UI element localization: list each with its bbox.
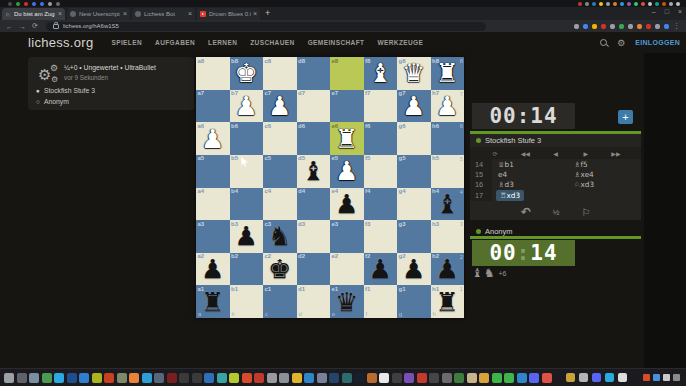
game-action-buttons: ↶ ½ ⚐	[470, 204, 641, 220]
next-move-icon[interactable]: ▶	[571, 150, 601, 157]
square-a4[interactable]: a4	[196, 188, 230, 221]
square-coordinate: g1	[399, 286, 406, 292]
game-info-white-player[interactable]: ●Stockfish Stufe 3	[36, 87, 95, 94]
square-g6[interactable]: g6	[397, 122, 431, 155]
square-d3[interactable]: d3	[297, 220, 331, 253]
white-bishop-f8[interactable]: ♝	[364, 57, 398, 90]
square-g5[interactable]: g5	[397, 155, 431, 188]
browser-tab-strip: ♘Du bist am Zug - Spielen S×New Userscri…	[0, 7, 686, 20]
white-rook-h8[interactable]: ♜	[431, 57, 465, 90]
move-row: 14♕b1♗f5	[470, 159, 641, 169]
black-move[interactable]: ♗xe4	[568, 170, 641, 179]
app-icon[interactable]	[279, 373, 289, 383]
square-coordinate: b1	[231, 286, 238, 292]
app-icon[interactable]	[17, 373, 27, 383]
file-label: d	[299, 311, 302, 317]
white-move[interactable]: ♗d3	[492, 180, 568, 189]
square-coordinate: f4	[365, 188, 370, 194]
reload-icon[interactable]: ⟳	[32, 22, 38, 30]
header-right: ⚙ EINLOGGEN	[600, 38, 680, 48]
square-d4[interactable]: d4	[297, 188, 331, 221]
black-rook-a1[interactable]: ♜	[196, 285, 230, 318]
tray-icon	[585, 2, 589, 6]
back-icon[interactable]: ←	[6, 23, 13, 30]
app-icon	[8, 2, 12, 6]
game-info-black-player[interactable]: ○Anonym	[36, 98, 69, 105]
app-icon[interactable]	[579, 373, 588, 382]
address-bar[interactable]: lichess.org/hA6w1S5	[46, 22, 486, 31]
app-icon[interactable]	[566, 373, 575, 382]
tab-close-icon[interactable]: ×	[188, 11, 192, 17]
square-d2[interactable]: d2	[297, 253, 331, 286]
app-icon[interactable]	[542, 373, 552, 383]
square-c6[interactable]: c6	[263, 122, 297, 155]
white-pawn-a6[interactable]: ♟	[196, 122, 230, 155]
top-clock: 00:14	[472, 103, 575, 129]
square-h2[interactable]: h22♟	[431, 253, 465, 286]
square-b1[interactable]: b1b	[230, 285, 264, 318]
square-g8[interactable]: g8♛	[397, 57, 431, 90]
square-f5[interactable]: f5	[364, 155, 398, 188]
square-h6[interactable]: h66	[431, 122, 465, 155]
app-icon[interactable]	[42, 373, 52, 383]
lichess-favicon-icon: ♘	[5, 11, 11, 17]
bottom-time-bar	[470, 236, 641, 239]
white-move[interactable]: ♕b1	[492, 160, 568, 169]
app-icon[interactable]	[354, 373, 364, 383]
cycle-icon[interactable]: ⟳	[480, 150, 510, 157]
browser-tab-3[interactable]: Lichess Bot×	[132, 8, 195, 20]
nav-item-werkzeuge[interactable]: WERKZEUGE	[377, 39, 423, 46]
app-icon[interactable]	[179, 373, 189, 383]
rank-label: 3	[460, 221, 463, 227]
square-coordinate: a3	[198, 221, 205, 227]
square-e3[interactable]: e3	[330, 220, 364, 253]
app-icon[interactable]	[167, 373, 177, 383]
extension-icon	[610, 24, 615, 29]
square-c1[interactable]: c1c	[263, 285, 297, 318]
maximize-icon[interactable]: □	[665, 8, 669, 15]
move-number: 16	[470, 179, 492, 189]
black-bishop-d5[interactable]: ♝	[297, 155, 331, 188]
app-icon	[16, 2, 20, 6]
square-c3[interactable]: c3♞	[263, 220, 297, 253]
square-f2[interactable]: f2♟	[364, 253, 398, 286]
black-move[interactable]: ♘xd3	[568, 180, 641, 189]
square-coordinate: f6	[365, 123, 370, 129]
white-queen-g8[interactable]: ♛	[397, 57, 431, 90]
black-queen-e1[interactable]: ♛	[330, 285, 364, 318]
square-b2[interactable]: b2	[230, 253, 264, 286]
app-icon[interactable]	[663, 374, 670, 381]
app-icon[interactable]	[229, 373, 239, 383]
square-d8[interactable]: d8	[297, 57, 331, 90]
app-icon[interactable]	[267, 373, 277, 383]
draw-offer-button[interactable]: ½	[553, 208, 560, 217]
square-e6[interactable]: e6♜	[330, 122, 364, 155]
white-king-b8[interactable]: ♚	[230, 57, 264, 90]
square-b5[interactable]: b5	[230, 155, 264, 188]
square-c2[interactable]: c2♚	[263, 253, 297, 286]
minimize-icon[interactable]: –	[652, 8, 656, 15]
tray-icon	[641, 2, 645, 6]
square-coordinate: b5	[231, 155, 238, 161]
captured-pieces: ♝ ♞ +6	[472, 266, 507, 280]
square-e5[interactable]: e5♟	[330, 155, 364, 188]
square-coordinate: h6	[432, 123, 439, 129]
square-h7[interactable]: h77♟	[431, 90, 465, 123]
extension-icon	[574, 24, 579, 29]
white-pawn-g7[interactable]: ♟	[397, 90, 431, 123]
generic-favicon-icon	[70, 11, 76, 17]
square-b7[interactable]: b7♟	[230, 90, 264, 123]
top-player-name: Stockfish Stufe 3	[485, 136, 541, 145]
black-pawn-a2[interactable]: ♟	[196, 253, 230, 286]
app-icon[interactable]	[673, 374, 680, 381]
resign-flag-button[interactable]: ⚐	[581, 207, 590, 218]
app-icon[interactable]	[292, 373, 302, 383]
square-h8[interactable]: h88♜	[431, 57, 465, 90]
tray-icon	[620, 2, 624, 6]
forward-icon[interactable]: →	[19, 23, 26, 30]
app-icon[interactable]	[442, 373, 452, 383]
app-icon[interactable]	[592, 373, 601, 382]
tab-title: New Userscript	[79, 11, 121, 17]
nav-item-aufgaben[interactable]: AUFGABEN	[155, 39, 195, 46]
window-controls: –□×	[652, 8, 682, 15]
app-icon[interactable]	[29, 373, 39, 383]
nav-item-gemeinschaft[interactable]: GEMEINSCHAFT	[308, 39, 365, 46]
square-coordinate: d2	[298, 253, 305, 259]
taskbar-tray-icons	[566, 373, 627, 382]
square-b4[interactable]: b4	[230, 188, 264, 221]
tray-icon	[662, 2, 666, 6]
white-pawn-e5[interactable]: ♟	[330, 155, 364, 188]
app-icon[interactable]	[304, 373, 314, 383]
online-dot	[476, 138, 481, 143]
square-f7[interactable]: f7	[364, 90, 398, 123]
square-h1[interactable]: h11h♜	[431, 285, 465, 318]
white-move[interactable]: ♖xd3	[496, 190, 524, 201]
black-pawn-f2[interactable]: ♟	[364, 253, 398, 286]
file-label: c	[265, 311, 268, 317]
black-rook-h1[interactable]: ♜	[431, 285, 465, 318]
app-icon[interactable]	[117, 373, 127, 383]
chess-board: a8b8♚c8d8e8f8♝g8♛h88♜a7b7♟c7♟d7e7f7g7♟h7…	[196, 57, 464, 318]
lichess-header: lichess.org SPIELENAUFGABENLERNENZUSCHAU…	[0, 32, 686, 53]
lichess-logo[interactable]: lichess.org	[28, 35, 93, 50]
titlebar-tray-icons	[578, 2, 680, 6]
square-c7[interactable]: c7♟	[263, 90, 297, 123]
youtube-favicon-icon	[200, 11, 206, 17]
page-right-margin	[644, 53, 686, 368]
extension-icon	[619, 24, 624, 29]
color-marker: ○	[36, 98, 40, 105]
square-e1[interactable]: e1e♛	[330, 285, 364, 318]
app-icon[interactable]	[329, 373, 339, 383]
app-icon[interactable]	[392, 373, 402, 383]
tab-close-icon[interactable]: ×	[253, 11, 257, 17]
app-icon[interactable]	[404, 373, 414, 383]
white-move[interactable]: e4	[492, 170, 568, 179]
square-e8[interactable]: e8	[330, 57, 364, 90]
extension-dots	[574, 24, 669, 29]
app-icon	[24, 2, 28, 6]
captured-knight-icon: ♞	[484, 266, 495, 280]
extension-icon	[637, 24, 642, 29]
top-player-row[interactable]: Stockfish Stufe 3	[470, 134, 641, 147]
square-coordinate: g4	[399, 188, 406, 194]
square-coordinate: c4	[265, 188, 272, 194]
square-b3[interactable]: b3♟	[230, 220, 264, 253]
square-f3[interactable]: f3	[364, 220, 398, 253]
app-icon	[56, 2, 60, 6]
app-icon[interactable]	[605, 373, 614, 382]
browser-menu-icon[interactable]: ⋮	[673, 22, 680, 30]
square-a3[interactable]: a3	[196, 220, 230, 253]
tray-icon	[627, 2, 631, 6]
generic-favicon-icon	[135, 11, 141, 17]
square-coordinate: f1	[365, 286, 370, 292]
square-coordinate: a7	[198, 90, 205, 96]
app-icon[interactable]	[379, 373, 389, 383]
app-icon[interactable]	[454, 373, 464, 383]
app-icon[interactable]	[92, 373, 102, 383]
browser-tab-2[interactable]: New Userscript×	[67, 8, 130, 20]
square-coordinate: d3	[298, 221, 305, 227]
square-a7[interactable]: a7	[196, 90, 230, 123]
white-pawn-b7[interactable]: ♟	[230, 90, 264, 123]
app-icon	[40, 2, 44, 6]
square-a8[interactable]: a8	[196, 57, 230, 90]
square-g4[interactable]: g4	[397, 188, 431, 221]
square-c4[interactable]: c4	[263, 188, 297, 221]
square-coordinate: d7	[298, 90, 305, 96]
close-icon[interactable]: ×	[678, 8, 682, 15]
square-d1[interactable]: d1d	[297, 285, 331, 318]
square-g3[interactable]: g3	[397, 220, 431, 253]
nav-item-lernen[interactable]: LERNEN	[208, 39, 237, 46]
extension-icon	[583, 24, 588, 29]
square-coordinate: c8	[265, 58, 272, 64]
app-icon[interactable]	[142, 373, 152, 383]
black-move[interactable]: ♗f5	[568, 160, 641, 169]
rank-label: 5	[460, 156, 463, 162]
tray-icon	[648, 2, 652, 6]
app-icon[interactable]	[254, 373, 264, 383]
square-a2[interactable]: a2♟	[196, 253, 230, 286]
app-icon[interactable]	[517, 373, 527, 383]
give-time-button[interactable]: +	[618, 110, 633, 124]
app-icon[interactable]	[4, 373, 14, 383]
app-icon[interactable]	[154, 373, 164, 383]
square-b6[interactable]: b6	[230, 122, 264, 155]
file-label: g	[399, 311, 402, 317]
square-coordinate: c1	[265, 286, 272, 292]
file-label: b	[232, 311, 235, 317]
black-pawn-h2[interactable]: ♟	[431, 253, 465, 286]
tray-icon	[613, 2, 617, 6]
app-icon[interactable]	[79, 373, 89, 383]
app-icon[interactable]	[417, 373, 427, 383]
square-e2[interactable]: e2	[330, 253, 364, 286]
app-icon[interactable]	[429, 373, 439, 383]
tab-title: Du bist am Zug - Spielen S	[14, 11, 56, 17]
browser-titlebar	[0, 0, 686, 7]
square-e7[interactable]: e7	[330, 90, 364, 123]
square-g7[interactable]: g7♟	[397, 90, 431, 123]
first-move-icon[interactable]: ◀◀	[510, 150, 540, 157]
game-age-text: vor 9 Sekunden	[64, 74, 108, 81]
app-icon[interactable]	[643, 374, 650, 381]
black-pawn-g2[interactable]: ♟	[397, 253, 431, 286]
square-f8[interactable]: f8♝	[364, 57, 398, 90]
square-b8[interactable]: b8♚	[230, 57, 264, 90]
square-coordinate: e3	[332, 221, 339, 227]
app-icon[interactable]	[217, 373, 227, 383]
black-king-c2[interactable]: ♚	[263, 253, 297, 286]
tab-title: Drown Blues 0.03% - Offkam In	[209, 11, 251, 17]
move-row: 15e4♗xe4	[470, 169, 641, 179]
app-icon[interactable]	[242, 373, 252, 383]
tray-icon	[669, 2, 673, 6]
square-d5[interactable]: d5♝	[297, 155, 331, 188]
white-pawn-c7[interactable]: ♟	[263, 90, 297, 123]
bottom-clock-active: 00:14	[472, 240, 575, 266]
url-text[interactable]: lichess.org/hA6w1S5	[63, 23, 119, 29]
app-icon[interactable]	[467, 373, 477, 383]
taskbar-app-icons	[4, 373, 552, 383]
tray-icon	[599, 2, 603, 6]
os-taskbar: ⌃	[0, 368, 686, 386]
app-icon[interactable]	[492, 373, 502, 383]
nav-item-zuschauen[interactable]: ZUSCHAUEN	[250, 39, 294, 46]
square-coordinate: d6	[298, 123, 305, 129]
app-icon[interactable]	[618, 373, 627, 382]
app-icon[interactable]	[54, 373, 64, 383]
app-icon[interactable]	[342, 373, 352, 383]
square-coordinate: d4	[298, 188, 305, 194]
square-h5[interactable]: h55	[431, 155, 465, 188]
tab-title: Lichess Bot	[144, 11, 186, 17]
time-control-text: ¼+0 • Ungewertet • UltraBullet	[64, 64, 156, 71]
white-pawn-h7[interactable]: ♟	[431, 90, 465, 123]
app-icon[interactable]	[317, 373, 327, 383]
online-dot	[476, 229, 481, 234]
square-f6[interactable]: f6	[364, 122, 398, 155]
browser-tab-1[interactable]: ♘Du bist am Zug - Spielen S×	[2, 8, 65, 20]
screen: ♘Du bist am Zug - Spielen S×New Userscri…	[0, 0, 686, 386]
square-c5[interactable]: c5	[263, 155, 297, 188]
square-h4[interactable]: h44♝	[431, 188, 465, 221]
takeback-button[interactable]: ↶	[521, 205, 531, 219]
app-icon[interactable]	[529, 373, 539, 383]
square-g1[interactable]: g1g	[397, 285, 431, 318]
app-icon[interactable]	[129, 373, 139, 383]
move-number: 15	[470, 169, 492, 179]
square-d7[interactable]: d7	[297, 90, 331, 123]
move-list: 14♕b1♗f515e4♗xe416♗d3♘xd317♖xd3	[470, 159, 641, 200]
square-a6[interactable]: a6♟	[196, 122, 230, 155]
square-coordinate: g5	[399, 155, 406, 161]
app-icon[interactable]	[504, 373, 514, 383]
titlebar-app-icons	[8, 2, 60, 6]
square-coordinate: c5	[265, 155, 272, 161]
square-coordinate: a8	[198, 58, 205, 64]
move-row: 16♗d3♘xd3	[470, 179, 641, 189]
main-nav: SPIELENAUFGABENLERNENZUSCHAUENGEMEINSCHA…	[111, 39, 423, 46]
tray-icon	[592, 2, 596, 6]
black-knight-c3[interactable]: ♞	[263, 220, 297, 253]
tray-icon	[578, 2, 582, 6]
app-icon[interactable]	[367, 373, 377, 383]
tray-icon	[606, 2, 610, 6]
black-bishop-h4[interactable]: ♝	[431, 188, 465, 221]
square-coordinate: g3	[399, 221, 406, 227]
last-move-icon[interactable]: ▶▶	[601, 150, 631, 157]
gear-icon[interactable]: ⚙	[617, 38, 625, 48]
square-c8[interactable]: c8	[263, 57, 297, 90]
app-icon[interactable]	[653, 374, 660, 381]
square-d6[interactable]: d6	[297, 122, 331, 155]
tray-icon	[634, 2, 638, 6]
square-a5[interactable]: a5	[196, 155, 230, 188]
app-icon[interactable]	[104, 373, 114, 383]
black-pawn-e4[interactable]: ♟	[330, 188, 364, 221]
square-e4[interactable]: e4♟	[330, 188, 364, 221]
extension-icon	[601, 24, 606, 29]
move-number: 17	[470, 190, 492, 201]
login-link[interactable]: EINLOGGEN	[635, 39, 680, 46]
browser-tab-4[interactable]: Drown Blues 0.03% - Offkam In×	[197, 8, 260, 20]
lock-icon	[53, 24, 59, 29]
square-f4[interactable]: f4	[364, 188, 398, 221]
square-coordinate: d8	[298, 58, 305, 64]
move-toolbar: ⟳◀◀◀▶▶▶	[470, 147, 641, 159]
square-f1[interactable]: f1f	[364, 285, 398, 318]
browser-url-bar: ← → ⟳ lichess.org/hA6w1S5 ⋮	[0, 20, 686, 32]
game-info-box: ⚙ ⚙ ⚙ ¼+0 • Ungewertet • UltraBullet vor…	[28, 57, 194, 110]
square-coordinate: h5	[432, 155, 439, 161]
app-icon[interactable]	[67, 373, 77, 383]
extension-icon	[628, 24, 633, 29]
tab-close-icon[interactable]: ×	[58, 11, 62, 17]
square-h3[interactable]: h33	[431, 220, 465, 253]
extension-icons: ⋮	[574, 22, 680, 30]
square-g2[interactable]: g2♟	[397, 253, 431, 286]
extension-icon	[655, 24, 660, 29]
white-rook-e6[interactable]: ♜	[330, 122, 364, 155]
tab-close-icon[interactable]: ×	[123, 11, 127, 17]
app-icon	[32, 2, 36, 6]
extension-icon	[592, 24, 597, 29]
square-coordinate: f7	[365, 90, 370, 96]
prev-move-icon[interactable]: ◀	[540, 150, 570, 157]
nav-item-spielen[interactable]: SPIELEN	[111, 39, 142, 46]
app-icon[interactable]	[204, 373, 214, 383]
app-icon[interactable]	[479, 373, 489, 383]
black-pawn-b3[interactable]: ♟	[230, 220, 264, 253]
square-coordinate: e7	[332, 90, 339, 96]
square-coordinate: g6	[399, 123, 406, 129]
new-tab-button[interactable]: +	[265, 8, 270, 18]
square-a1[interactable]: a1a♜	[196, 285, 230, 318]
bottom-player-name: Anonym	[485, 227, 513, 236]
extension-icon	[646, 24, 651, 29]
app-icon[interactable]	[192, 373, 202, 383]
search-icon[interactable]	[600, 39, 607, 46]
move-number: 14	[470, 159, 492, 169]
